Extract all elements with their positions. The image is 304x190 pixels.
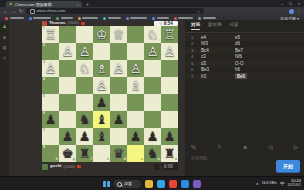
move[interactable]: O-O [235, 61, 269, 66]
square-e6[interactable]: ♝ [93, 111, 110, 128]
system-tray: ∧ 56.8 KB/s 中 10:24 2025/6/1 [256, 176, 301, 190]
bookmark-favicon [126, 17, 129, 20]
move-list: 1.e4e52.Nf3d63.Bc4Be74.c3Nf65.d3O-O6.Be3… [185, 34, 304, 80]
square-g1[interactable] [59, 26, 76, 43]
reload-icon[interactable]: ↻ [19, 9, 23, 14]
top-player-name[interactable]: Thomas [49, 21, 65, 25]
menu-icon[interactable]: ≡ [243, 145, 246, 151]
square-f2[interactable]: ♙ [76, 43, 93, 60]
move-back-icon[interactable]: ◁ [268, 145, 272, 151]
sidebar-tabs: 对局 新对局 玩家 [185, 20, 304, 33]
bookmark-favicon [152, 17, 155, 20]
square-c3[interactable]: ♙ [127, 60, 144, 77]
ime-indicator[interactable]: 中 [280, 181, 285, 186]
square-h6[interactable]: 6♟ [42, 111, 59, 128]
square-b6[interactable] [144, 111, 161, 128]
square-a6[interactable] [161, 111, 178, 128]
draw-offer-icon[interactable]: ½ [191, 145, 196, 151]
piece-black-bishop[interactable]: ♝ [93, 128, 110, 145]
move[interactable]: h6 [235, 67, 269, 72]
square-g7[interactable]: ♟ [59, 128, 76, 145]
chrome-browser-icon[interactable] [169, 180, 177, 188]
search-icon [117, 182, 122, 187]
move[interactable]: e5 [235, 35, 269, 40]
move[interactable]: Be3 [201, 67, 235, 72]
bookmark-favicon [56, 17, 59, 20]
bookmark-item[interactable] [29, 17, 52, 20]
bookmark-favicon [78, 17, 81, 20]
move[interactable]: e4 [201, 35, 235, 40]
bottom-player-rating: (1000) [63, 165, 75, 169]
window-controls: – □ × [281, 0, 300, 7]
bookmark-item[interactable] [56, 17, 73, 20]
bookmark-label [82, 17, 98, 19]
edge-browser-icon[interactable] [157, 180, 165, 188]
move-number: 7. [191, 74, 201, 79]
square-b2[interactable]: ♙ [144, 43, 161, 60]
square-e8[interactable]: e [93, 145, 110, 162]
bookmark-favicon [5, 17, 8, 20]
file-explorer-icon[interactable] [145, 180, 153, 188]
window-maximize-icon[interactable]: □ [289, 2, 291, 6]
move-number: 2. [191, 41, 201, 46]
bookmark-label [61, 17, 73, 19]
square-f6[interactable]: ♞ [76, 111, 93, 128]
window-minimize-icon[interactable]: – [281, 2, 283, 6]
move[interactable]: Nf6 [235, 54, 269, 59]
file-coordinate: e [107, 158, 109, 162]
square-a8[interactable]: a♜ [161, 145, 178, 162]
square-c5[interactable] [127, 94, 144, 111]
resign-flag-icon[interactable]: ⚐ [217, 145, 222, 151]
piece-black-pawn[interactable]: ♟ [59, 128, 76, 145]
square-e4[interactable]: ♙ [93, 77, 110, 94]
clock-icon: ◷ [159, 165, 162, 169]
piece-white-pawn[interactable]: ♙ [161, 43, 178, 60]
square-e1[interactable]: ♔ [93, 26, 110, 43]
bottom-player-bar: gushi (1000) ◷ 9:58 [42, 163, 178, 170]
square-g3[interactable] [59, 60, 76, 77]
square-a2[interactable]: ♙ [161, 43, 178, 60]
square-h1[interactable]: 1♖ [42, 26, 59, 43]
square-c7[interactable]: ♟ [127, 128, 144, 145]
rank-coordinate: 3 [43, 61, 45, 65]
start-button[interactable]: 开始 [276, 160, 300, 173]
bottom-player-avatar[interactable] [42, 164, 48, 170]
piece-white-knight[interactable]: ♘ [76, 60, 93, 77]
bookmark-star-icon[interactable]: ☆ [196, 9, 200, 14]
rank-coordinate: 1 [43, 27, 45, 31]
square-f4[interactable] [76, 77, 93, 94]
bookmark-favicon [103, 17, 106, 20]
piece-black-bishop[interactable]: ♝ [93, 111, 110, 128]
file-coordinate: b [158, 158, 160, 162]
piece-white-knight[interactable]: ♘ [144, 26, 161, 43]
move[interactable]: c3 [201, 54, 235, 59]
bottom-player-name[interactable]: gushi [50, 164, 61, 168]
move[interactable]: d3 [201, 61, 235, 66]
square-c8[interactable]: c [127, 145, 144, 162]
square-e5[interactable]: ♟ [93, 94, 110, 111]
move-number: 5. [191, 61, 201, 66]
tab-title: Chess.com 国际象棋 [15, 2, 75, 7]
site-nav-icon-3[interactable]: ≡ [3, 57, 6, 62]
rank-coordinate: 4 [43, 78, 45, 82]
bottom-player-clock: ◷ 9:58 [154, 164, 178, 170]
bottom-player-flag-icon [77, 165, 81, 168]
start-button-icon[interactable] [103, 181, 110, 188]
square-b8[interactable]: b♞ [144, 145, 161, 162]
square-h5[interactable]: 5 [42, 94, 59, 111]
browser-toolbar: ← → ↻ www.chess.com ☆ ⋮ [0, 7, 304, 15]
move-number: 1. [191, 35, 201, 40]
move[interactable]: d6 [235, 41, 269, 46]
square-h3[interactable]: 3♙ [42, 60, 59, 77]
top-player-rating: (1100) [67, 21, 78, 25]
net-speed: 56.8 KB/s [262, 181, 277, 185]
rank-coordinate: 5 [43, 95, 45, 99]
piece-white-bishop[interactable]: ♗ [127, 77, 144, 94]
file-coordinate: d [124, 158, 126, 162]
rank-coordinate: 6 [43, 112, 45, 116]
square-c1[interactable] [127, 26, 144, 43]
vscode-icon[interactable] [181, 180, 189, 188]
piece-black-pawn[interactable]: ♟ [110, 111, 127, 128]
square-f8[interactable]: f♜ [76, 145, 93, 162]
site-nav-icon-1[interactable]: ◉ [3, 36, 7, 41]
game-sidebar: 对局 新对局 玩家 1.e4e52.Nf3d63.Bc4Be74.c3Nf65.… [185, 20, 304, 176]
bookmark-label [10, 17, 24, 19]
square-b4[interactable] [144, 77, 161, 94]
square-a7[interactable]: ♟ [161, 128, 178, 145]
site-nav-icon-0[interactable]: ♟ [2, 25, 6, 30]
move-number: 3. [191, 48, 201, 53]
bookmark-favicon [174, 17, 177, 20]
square-e7[interactable]: ♝ [93, 128, 110, 145]
window-close-icon[interactable]: × [298, 2, 300, 6]
file-coordinate: c [141, 158, 143, 162]
padlock-icon [30, 9, 35, 14]
back-icon[interactable]: ← [3, 9, 8, 14]
square-b3[interactable] [144, 60, 161, 77]
move-forward-icon[interactable]: ▷ [294, 145, 298, 151]
square-c4[interactable]: ♗ [127, 77, 144, 94]
square-g6[interactable] [59, 111, 76, 128]
square-f1[interactable] [76, 26, 93, 43]
piece-white-king[interactable]: ♔ [93, 26, 110, 43]
bookmark-item[interactable] [5, 17, 24, 20]
square-g5[interactable] [59, 94, 76, 111]
square-g2[interactable]: ♙ [59, 43, 76, 60]
square-d5[interactable] [110, 94, 127, 111]
forward-icon[interactable]: → [11, 9, 16, 14]
bottom-clock-time: 9:58 [164, 164, 173, 169]
top-clock-time: 9:54 [164, 21, 173, 26]
square-f3[interactable]: ♘ [76, 60, 93, 77]
square-a5[interactable] [161, 94, 178, 111]
chat-input[interactable]: 发送消息... [191, 155, 210, 160]
game-controls: ½⚐≡◁▷ [191, 145, 298, 151]
square-d1[interactable]: ♕ [110, 26, 127, 43]
move[interactable]: h3 [201, 74, 235, 79]
address-bar[interactable]: www.chess.com ☆ [26, 8, 204, 14]
square-c2[interactable] [127, 43, 144, 60]
url-text: www.chess.com [37, 9, 66, 13]
rank-coordinate: 2 [43, 44, 45, 48]
square-d8[interactable]: d♛ [110, 145, 127, 162]
move[interactable]: Bc4 [201, 48, 235, 53]
square-h8[interactable]: 8h [42, 145, 59, 162]
square-d7[interactable] [110, 128, 127, 145]
square-e2[interactable] [93, 43, 110, 60]
square-b5[interactable] [144, 94, 161, 111]
chess-board[interactable]: 1♖♔♕♘♖2♙♙♙♙3♙♘♗♙♙4♙♗5♟6♟♞♝♟7♟♟♝♟♟♟8hg♚f♜… [42, 26, 178, 162]
file-coordinate: g [73, 158, 75, 162]
file-coordinate: h [56, 158, 58, 162]
bookmark-label [178, 17, 193, 19]
tab-players[interactable]: 玩家 [230, 23, 239, 30]
browser-tab-strip: ♟ Chess.com 国际象棋 × + – □ × [0, 0, 304, 7]
piece-white-pawn[interactable]: ♙ [59, 43, 76, 60]
bookmark-item[interactable] [152, 17, 169, 20]
square-d4[interactable] [110, 77, 127, 94]
bookmark-item[interactable] [126, 17, 148, 20]
move-number: 4. [191, 54, 201, 59]
bookmark-item[interactable] [78, 17, 99, 20]
move-row: 7.h3Be6 [185, 73, 304, 80]
top-player-avatar[interactable] [42, 21, 47, 26]
piece-white-rook[interactable]: ♖ [161, 26, 178, 43]
tab-favicon-pawn-icon: ♟ [9, 2, 13, 6]
square-a4[interactable] [161, 77, 178, 94]
square-g4[interactable] [59, 77, 76, 94]
piece-white-pawn[interactable]: ♙ [127, 60, 144, 77]
top-player-flag-icon [81, 22, 85, 25]
browser-profile-avatar[interactable] [289, 9, 294, 14]
piece-black-pawn[interactable]: ♟ [161, 128, 178, 145]
square-h4[interactable]: 4 [42, 77, 59, 94]
square-h2[interactable]: 2 [42, 43, 59, 60]
square-g8[interactable]: g♚ [59, 145, 76, 162]
taskbar-clock[interactable]: 10:24 2025/6/1 [287, 179, 301, 188]
bookmark-label [108, 17, 121, 19]
square-f7[interactable]: ♟ [76, 128, 93, 145]
tray-caret-icon[interactable]: ∧ [256, 181, 259, 186]
piece-black-pawn[interactable]: ♟ [93, 94, 110, 111]
move-number: 6. [191, 67, 201, 72]
rank-coordinate: 8 [43, 146, 45, 150]
file-coordinate: a [175, 158, 177, 162]
piece-white-pawn[interactable]: ♙ [110, 60, 127, 77]
bookmark-label [33, 17, 51, 19]
piece-black-knight[interactable]: ♞ [76, 111, 93, 128]
clock-icon: ◷ [159, 21, 162, 25]
bookmark-label [157, 17, 169, 19]
bookmark-favicon [29, 17, 32, 20]
site-nav-icon-2[interactable]: ▦ [2, 46, 6, 51]
piece-black-pawn[interactable]: ♟ [144, 128, 161, 145]
taskbar-search[interactable]: 搜索 [114, 180, 141, 188]
bookmark-item[interactable] [103, 17, 121, 20]
square-c6[interactable] [127, 111, 144, 128]
piece-black-pawn[interactable]: ♟ [76, 128, 93, 145]
square-a3[interactable] [161, 60, 178, 77]
bookmark-label [203, 17, 216, 19]
site-left-nav: ♟◉▦≡ [0, 21, 9, 176]
square-e3[interactable]: ♗ [93, 60, 110, 77]
bookmark-label [130, 17, 147, 19]
tab-new-game[interactable]: 新对局 [208, 23, 222, 30]
square-d3[interactable]: ♙ [110, 60, 127, 77]
file-coordinate: f [91, 158, 92, 162]
move[interactable]: Be6 [235, 74, 269, 79]
tab-close-icon[interactable]: × [77, 2, 79, 7]
square-b1[interactable]: ♘ [144, 26, 161, 43]
piece-black-pawn[interactable]: ♟ [127, 128, 144, 145]
square-d6[interactable]: ♟ [110, 111, 127, 128]
square-h7[interactable]: 7 [42, 128, 59, 145]
tab-game[interactable]: 对局 [191, 23, 200, 30]
rank-coordinate: 7 [43, 129, 45, 133]
piece-white-pawn[interactable]: ♙ [144, 43, 161, 60]
browser-menu-icon[interactable]: ⋮ [297, 9, 302, 14]
square-f5[interactable] [76, 94, 93, 111]
move[interactable]: Nf3 [201, 41, 235, 46]
piece-white-queen[interactable]: ♕ [110, 26, 127, 43]
app-icon[interactable] [193, 180, 201, 188]
piece-white-bishop[interactable]: ♗ [93, 60, 110, 77]
piece-white-pawn[interactable]: ♙ [93, 77, 110, 94]
piece-white-pawn[interactable]: ♙ [76, 43, 93, 60]
square-d2[interactable] [110, 43, 127, 60]
square-a1[interactable]: ♖ [161, 26, 178, 43]
move[interactable]: Be7 [235, 48, 269, 53]
square-b7[interactable]: ♟ [144, 128, 161, 145]
